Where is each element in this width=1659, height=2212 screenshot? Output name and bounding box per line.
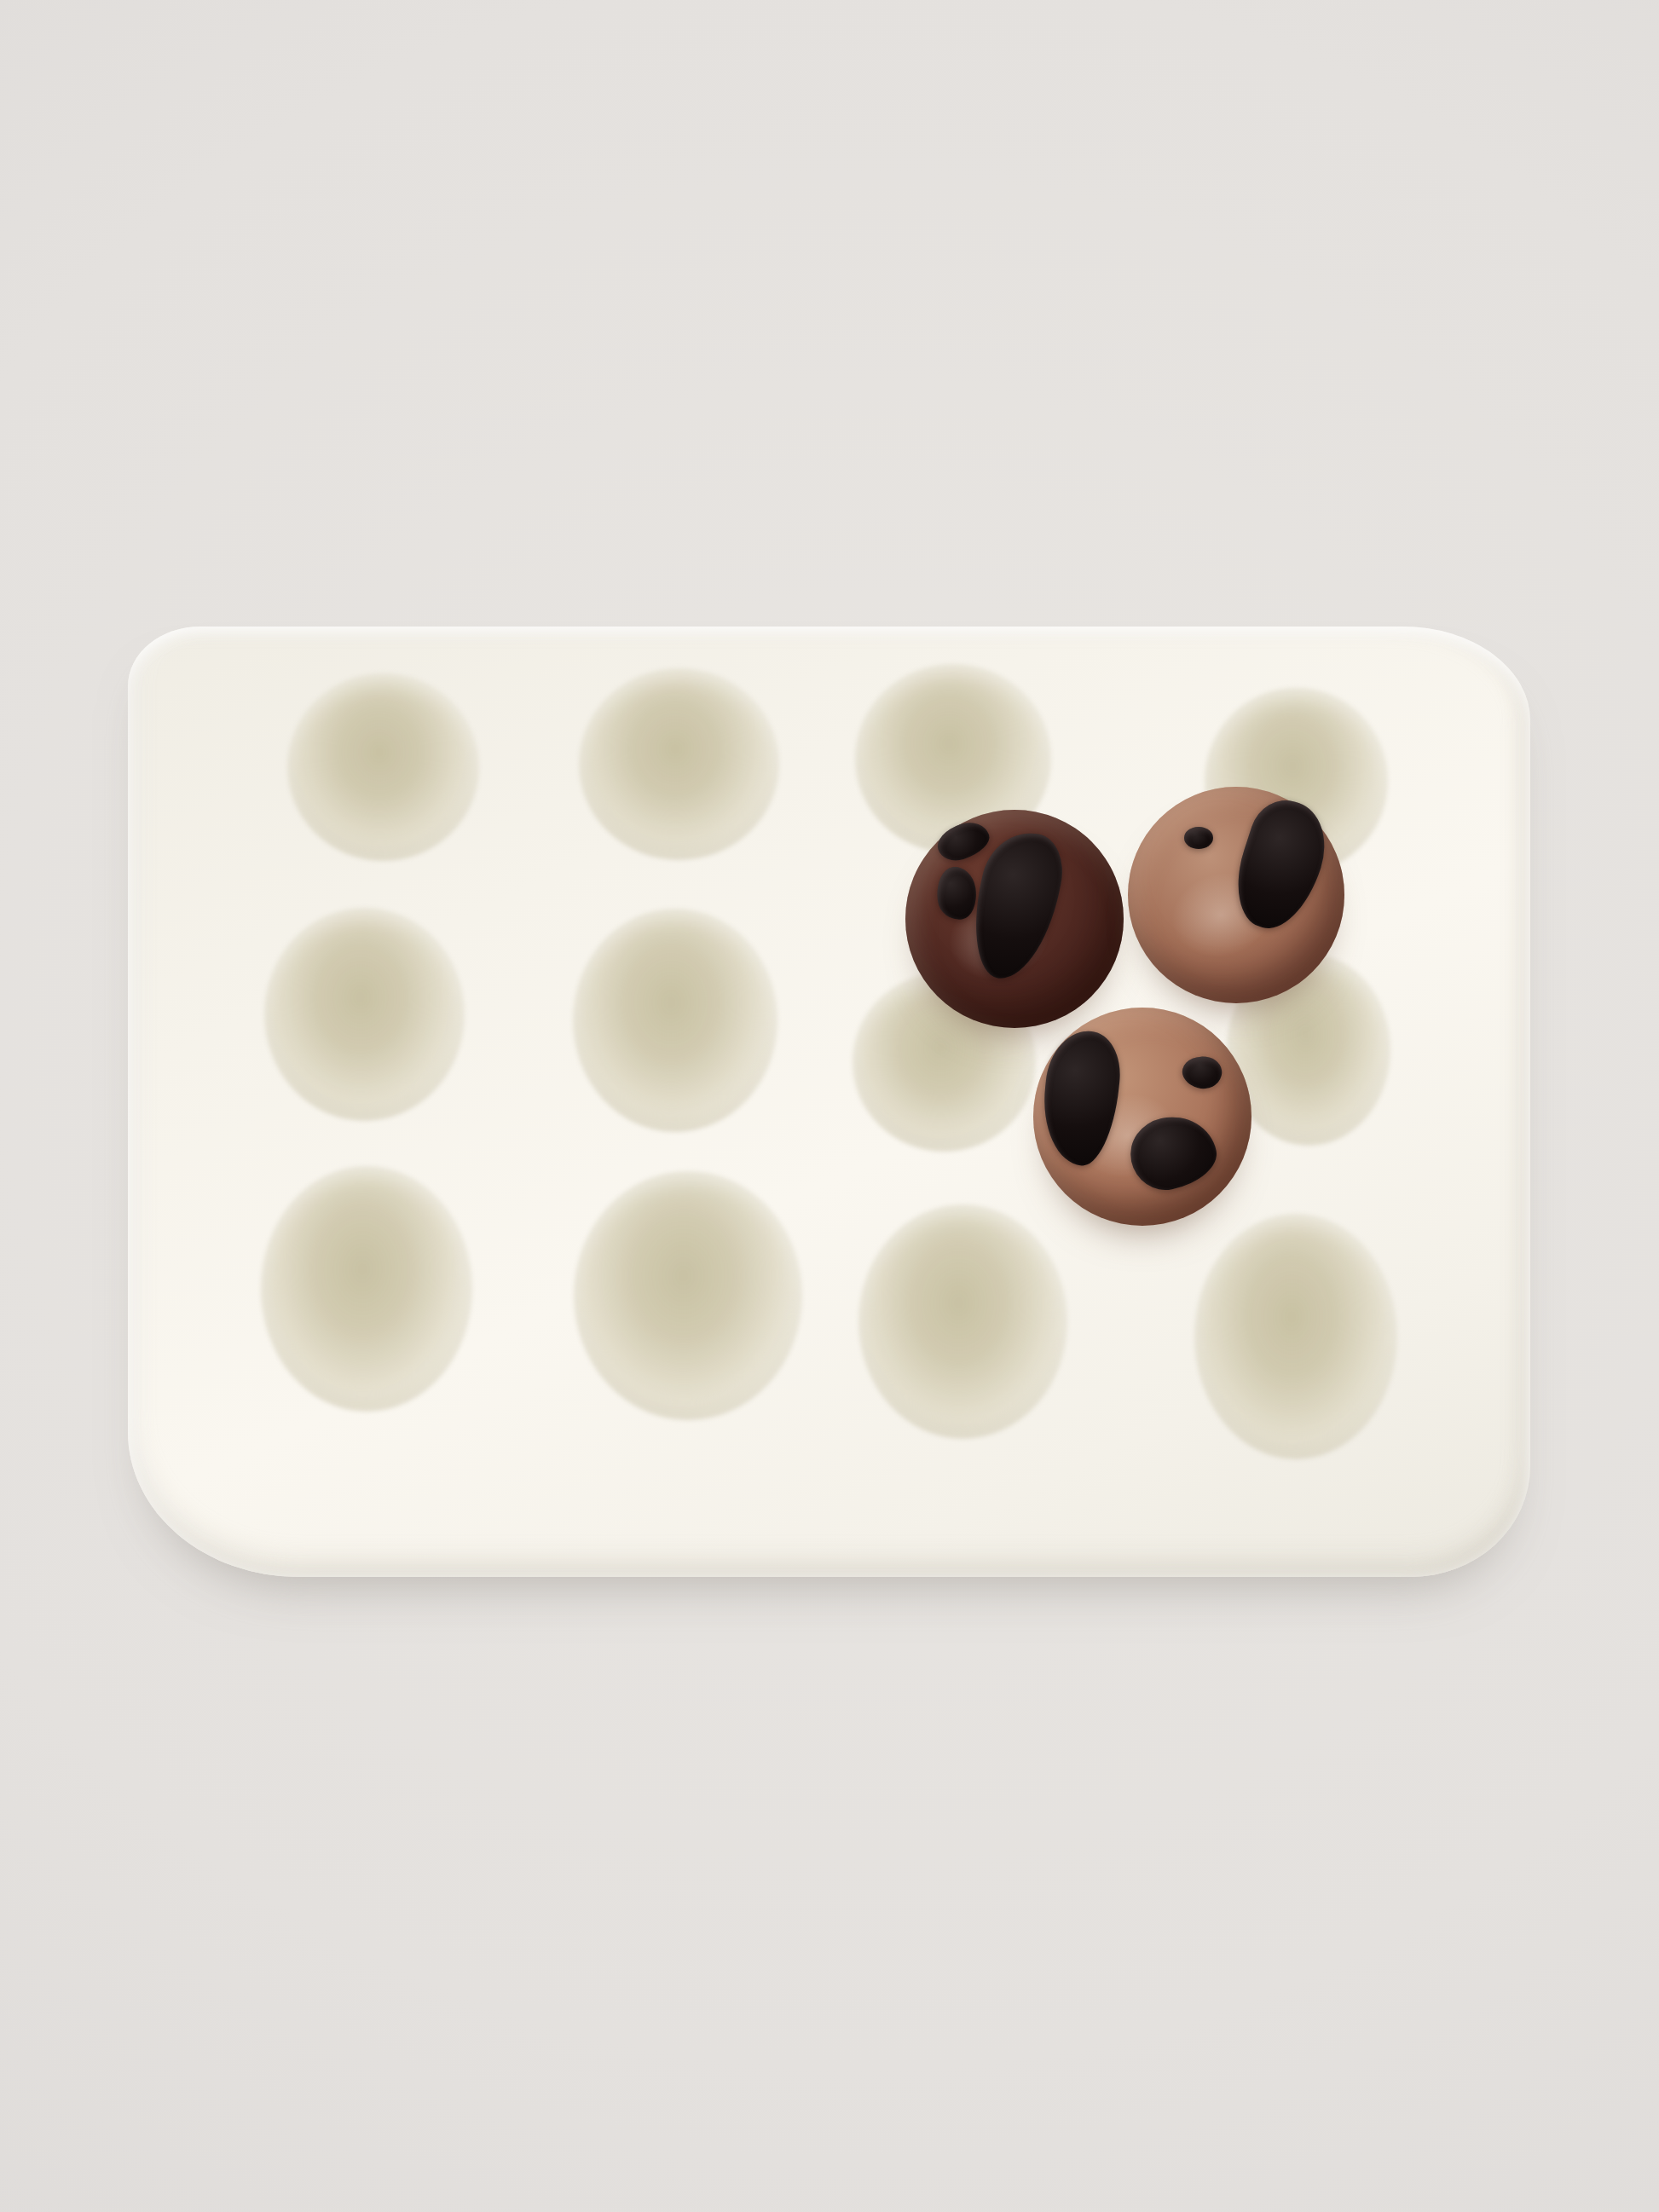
seed-ball-light-brown-glaze-patch-1 [1038,1027,1124,1169]
seed-ball-light-brown[interactable] [1033,1008,1251,1226]
seed-ball-dark-brown-glaze-patch-3 [934,864,980,922]
seed-ball-medium-brown[interactable] [1128,787,1344,1003]
seed-ball-dark-brown-glaze-patch-1 [933,817,993,865]
seed-ball-light-brown-glaze-patch-3 [1124,1109,1222,1197]
seed-ball-light-brown-glaze-patch-2 [1179,1052,1225,1094]
seed-ball-dark-brown[interactable] [905,810,1124,1028]
photo-stage [0,0,1659,2212]
pieces-layer [0,0,1659,2212]
seed-ball-medium-brown-glaze-patch-2 [1184,827,1213,849]
seed-ball-medium-brown-glaze-patch-1 [1223,792,1338,939]
